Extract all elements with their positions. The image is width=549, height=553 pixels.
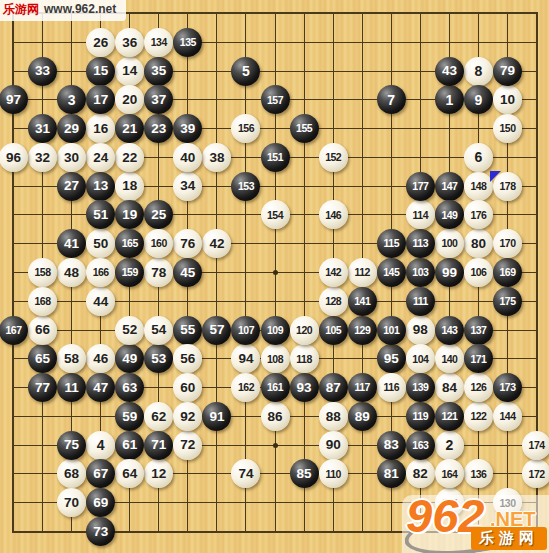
stone-black[interactable]: 55	[173, 316, 202, 345]
move-number: 14	[122, 64, 137, 78]
stone-black[interactable]: 139	[406, 373, 435, 402]
move-number: 159	[122, 267, 138, 278]
stone-black[interactable]: 175	[493, 287, 522, 316]
move-number: 96	[6, 151, 21, 165]
move-number: 156	[238, 123, 254, 134]
stone-white[interactable]: 100	[435, 229, 464, 258]
stone-white[interactable]: 24	[86, 143, 115, 172]
stone-black[interactable]: 177	[406, 172, 435, 201]
move-number: 91	[209, 410, 224, 424]
stone-black[interactable]: 141	[348, 287, 377, 316]
move-number: 11	[64, 381, 78, 395]
move-number: 98	[413, 323, 428, 337]
move-number: 176	[470, 210, 486, 221]
stone-white[interactable]: 98	[406, 316, 435, 345]
stone-black[interactable]: 119	[406, 402, 435, 431]
move-number: 66	[35, 323, 50, 337]
last-move-marker	[490, 171, 501, 182]
move-number: 57	[209, 323, 224, 337]
move-number: 92	[180, 410, 195, 424]
stone-black[interactable]: 105	[319, 316, 348, 345]
move-number: 147	[441, 181, 457, 192]
move-number: 71	[151, 438, 166, 452]
stone-black[interactable]: 13	[86, 172, 115, 201]
watermark-top: 乐游网www.962.net	[0, 0, 126, 21]
stone-black[interactable]: 103	[406, 258, 435, 287]
stone-black[interactable]: 75	[57, 431, 86, 460]
stone-black[interactable]: 5	[231, 57, 260, 86]
stone-white[interactable]: 150	[493, 114, 522, 143]
move-number: 82	[413, 467, 428, 481]
move-number: 9	[475, 93, 483, 107]
stone-white[interactable]: 90	[319, 431, 348, 460]
move-number: 122	[470, 411, 486, 422]
stone-white[interactable]: 174	[522, 431, 549, 460]
move-number: 59	[122, 410, 137, 424]
move-number: 167	[5, 325, 21, 336]
move-number: 76	[180, 237, 195, 251]
move-number: 162	[238, 382, 254, 393]
move-number: 81	[384, 467, 399, 481]
stone-black[interactable]: 163	[406, 431, 435, 460]
stone-black[interactable]: 83	[377, 431, 406, 460]
move-number: 109	[267, 325, 283, 336]
stone-black[interactable]: 7	[377, 85, 406, 114]
stone-black[interactable]: 109	[261, 316, 290, 345]
move-number: 60	[180, 381, 195, 395]
stone-white[interactable]: 18	[115, 172, 144, 201]
move-number: 83	[384, 438, 399, 452]
move-number: 178	[500, 181, 516, 192]
move-number: 41	[64, 237, 79, 251]
stone-white[interactable]: 54	[144, 316, 173, 345]
move-number: 142	[325, 267, 341, 278]
move-number: 70	[64, 496, 79, 510]
stone-white[interactable]: 116	[377, 373, 406, 402]
move-number: 15	[93, 64, 108, 78]
move-number: 110	[325, 469, 340, 480]
star-point	[273, 443, 278, 448]
stone-white[interactable]: 30	[57, 143, 86, 172]
move-number: 121	[441, 411, 457, 422]
move-number: 78	[151, 266, 166, 280]
stone-white[interactable]: 88	[319, 402, 348, 431]
move-number: 79	[500, 64, 515, 78]
stone-white[interactable]: 134	[144, 28, 173, 57]
move-number: 136	[470, 469, 486, 480]
move-number: 3	[68, 93, 76, 107]
move-number: 117	[354, 382, 369, 393]
move-number: 45	[180, 266, 195, 280]
stone-black[interactable]: 89	[348, 402, 377, 431]
move-number: 8	[475, 64, 483, 78]
move-number: 155	[296, 123, 312, 134]
move-number: 36	[122, 36, 137, 50]
stone-white[interactable]: 72	[173, 431, 202, 460]
move-number: 146	[325, 210, 341, 221]
stone-white[interactable]: 26	[86, 28, 115, 57]
stone-black[interactable]: 161	[261, 373, 290, 402]
move-number: 139	[412, 382, 428, 393]
move-number: 150	[500, 123, 516, 134]
move-number: 174	[529, 440, 545, 451]
stone-black[interactable]: 121	[435, 402, 464, 431]
move-number: 87	[326, 381, 341, 395]
stone-white[interactable]: 96	[0, 143, 28, 172]
stone-black[interactable]: 77	[28, 373, 57, 402]
move-number: 107	[238, 325, 254, 336]
stone-black[interactable]: 59	[115, 402, 144, 431]
stone-black[interactable]: 1	[435, 85, 464, 114]
move-number: 46	[93, 352, 108, 366]
stone-black[interactable]: 143	[435, 316, 464, 345]
move-number: 126	[470, 382, 486, 393]
stone-white[interactable]: 86	[261, 402, 290, 431]
stone-black[interactable]: 95	[377, 344, 406, 373]
move-number: 30	[64, 151, 79, 165]
stone-white[interactable]: 172	[522, 459, 549, 488]
stone-black[interactable]: 117	[348, 373, 377, 402]
move-number: 67	[93, 467, 108, 481]
move-number: 54	[151, 323, 166, 337]
move-number: 35	[151, 64, 166, 78]
move-number: 48	[64, 266, 79, 280]
move-number: 32	[35, 151, 50, 165]
move-number: 128	[325, 296, 341, 307]
stone-black[interactable]: 73	[86, 517, 115, 546]
move-number: 143	[441, 325, 457, 336]
go-board[interactable]: 1234567891011121314151617181920212223242…	[0, 0, 549, 553]
move-number: 49	[122, 352, 137, 366]
move-number: 135	[180, 37, 196, 48]
move-number: 163	[412, 440, 428, 451]
stone-black[interactable]: 135	[173, 28, 202, 57]
stone-white[interactable]: 2	[435, 431, 464, 460]
move-number: 1	[445, 93, 453, 107]
stone-white[interactable]: 44	[86, 287, 115, 316]
move-number: 2	[445, 438, 453, 452]
move-number: 170	[500, 238, 516, 249]
stone-white[interactable]: 104	[406, 344, 435, 373]
stone-black[interactable]: 167	[0, 316, 28, 345]
stone-black[interactable]: 157	[261, 85, 290, 114]
move-number: 158	[35, 267, 51, 278]
move-number: 74	[238, 467, 253, 481]
move-number: 73	[93, 525, 108, 539]
move-number: 31	[35, 122, 50, 136]
stone-black[interactable]: 93	[290, 373, 319, 402]
move-number: 26	[93, 36, 108, 50]
watermark-url: www.962.net	[44, 2, 116, 16]
move-number: 56	[180, 352, 195, 366]
stone-white[interactable]: 62	[144, 402, 173, 431]
stone-black[interactable]: 57	[202, 316, 231, 345]
stone-white[interactable]: 22	[115, 143, 144, 172]
move-number: 152	[325, 152, 341, 163]
move-number: 144	[500, 411, 516, 422]
move-number: 172	[529, 469, 545, 480]
move-number: 4	[97, 438, 105, 452]
move-number: 47	[93, 381, 108, 395]
stone-white[interactable]: 112	[348, 258, 377, 287]
move-number: 157	[267, 95, 283, 106]
stone-white[interactable]: 118	[290, 344, 319, 373]
move-number: 23	[151, 122, 166, 136]
move-number: 151	[267, 152, 283, 163]
move-number: 20	[122, 93, 137, 107]
stone-black[interactable]: 151	[261, 143, 290, 172]
move-number: 171	[470, 354, 486, 365]
move-number: 65	[35, 352, 50, 366]
stone-black[interactable]: 137	[464, 316, 493, 345]
move-number: 119	[413, 411, 428, 422]
move-number: 108	[267, 354, 283, 365]
stone-white[interactable]: 34	[173, 172, 202, 201]
move-number: 165	[122, 238, 138, 249]
move-number: 84	[442, 381, 457, 395]
move-number: 22	[122, 151, 137, 165]
move-number: 61	[122, 438, 137, 452]
move-number: 99	[442, 266, 457, 280]
move-number: 7	[387, 93, 395, 107]
stone-white[interactable]: 36	[115, 28, 144, 57]
stone-white[interactable]: 168	[28, 287, 57, 316]
stone-black[interactable]: 71	[144, 431, 173, 460]
move-number: 175	[500, 296, 516, 307]
stone-white[interactable]: 152	[319, 143, 348, 172]
stone-black[interactable]: 153	[231, 172, 260, 201]
stone-black[interactable]: 145	[377, 258, 406, 287]
move-number: 106	[470, 267, 486, 278]
move-number: 137	[470, 325, 486, 336]
watermark-logo: 962 .NET 乐游网	[402, 495, 549, 553]
move-number: 90	[326, 438, 341, 452]
move-number: 145	[383, 267, 399, 278]
stone-black[interactable]: 113	[406, 229, 435, 258]
stone-black[interactable]: 155	[290, 114, 319, 143]
stone-white[interactable]: 166	[86, 258, 115, 287]
move-number: 134	[151, 37, 167, 48]
move-number: 19	[122, 208, 137, 222]
move-number: 53	[151, 352, 166, 366]
move-number: 37	[151, 93, 166, 107]
move-number: 10	[500, 93, 515, 107]
stone-white[interactable]: 4	[86, 431, 115, 460]
stone-white[interactable]: 84	[435, 373, 464, 402]
move-number: 18	[122, 179, 137, 193]
stone-white[interactable]: 32	[28, 143, 57, 172]
stone-black[interactable]: 99	[435, 258, 464, 287]
move-number: 85	[297, 467, 312, 481]
move-number: 63	[122, 381, 137, 395]
stone-black[interactable]: 107	[231, 316, 260, 345]
stone-white[interactable]: 6	[464, 143, 493, 172]
move-number: 149	[441, 210, 457, 221]
stone-black[interactable]: 169	[493, 258, 522, 287]
move-number: 113	[413, 238, 428, 249]
move-number: 55	[180, 323, 195, 337]
stone-black[interactable]: 43	[435, 57, 464, 86]
move-number: 169	[500, 267, 516, 278]
move-number: 40	[180, 151, 195, 165]
stone-black[interactable]: 35	[144, 57, 173, 86]
move-number: 177	[412, 181, 428, 192]
stone-black[interactable]: 29	[57, 114, 86, 143]
move-number: 51	[93, 208, 108, 222]
stone-black[interactable]: 115	[377, 229, 406, 258]
move-number: 116	[384, 382, 399, 393]
move-number: 58	[64, 352, 79, 366]
stone-black[interactable]: 27	[57, 172, 86, 201]
move-number: 34	[180, 179, 195, 193]
move-number: 120	[296, 325, 312, 336]
move-number: 93	[297, 381, 312, 395]
stone-black[interactable]: 33	[28, 57, 57, 86]
move-number: 80	[471, 237, 486, 251]
move-number: 38	[209, 151, 224, 165]
move-number: 101	[383, 325, 399, 336]
stone-black[interactable]: 31	[28, 114, 57, 143]
move-number: 129	[354, 325, 370, 336]
stone-black[interactable]: 87	[319, 373, 348, 402]
stone-white[interactable]: 128	[319, 287, 348, 316]
stone-white[interactable]: 14	[115, 57, 144, 86]
move-number: 111	[413, 296, 428, 307]
stone-white[interactable]: 108	[261, 344, 290, 373]
move-number: 12	[151, 467, 166, 481]
move-number: 16	[93, 122, 108, 136]
move-number: 5	[242, 64, 250, 78]
move-number: 166	[93, 267, 109, 278]
move-number: 148	[470, 181, 486, 192]
move-number: 24	[93, 151, 108, 165]
move-number: 168	[35, 296, 51, 307]
move-number: 164	[441, 469, 457, 480]
stone-black[interactable]: 85	[290, 459, 319, 488]
stone-black[interactable]: 173	[493, 373, 522, 402]
stone-white[interactable]: 66	[28, 316, 57, 345]
move-number: 42	[209, 237, 224, 251]
move-number: 141	[354, 296, 370, 307]
stone-black[interactable]: 15	[86, 57, 115, 86]
stone-white[interactable]: 158	[28, 258, 57, 287]
move-number: 17	[93, 93, 108, 107]
move-number: 95	[384, 352, 399, 366]
stone-white[interactable]: 110	[319, 459, 348, 488]
stone-black[interactable]: 61	[115, 431, 144, 460]
star-point	[273, 270, 278, 275]
move-number: 25	[151, 208, 166, 222]
move-number: 72	[180, 438, 195, 452]
move-number: 105	[325, 325, 341, 336]
logo-site-name: 乐游网	[471, 527, 547, 550]
stone-white[interactable]: 154	[261, 200, 290, 229]
move-number: 104	[412, 354, 428, 365]
move-number: 86	[268, 410, 283, 424]
move-number: 161	[267, 382, 283, 393]
move-number: 154	[267, 210, 283, 221]
stone-black[interactable]: 147	[435, 172, 464, 201]
move-number: 52	[122, 323, 137, 337]
move-number: 50	[93, 237, 108, 251]
move-number: 43	[442, 64, 457, 78]
move-number: 97	[6, 93, 21, 107]
move-number: 112	[354, 267, 369, 278]
stone-black[interactable]: 129	[348, 316, 377, 345]
stone-black[interactable]: 101	[377, 316, 406, 345]
move-number: 75	[64, 438, 79, 452]
move-number: 21	[122, 122, 137, 136]
move-number: 69	[93, 496, 108, 510]
move-number: 29	[64, 122, 79, 136]
move-number: 153	[238, 181, 254, 192]
move-number: 13	[93, 179, 108, 193]
move-number: 6	[475, 150, 483, 164]
move-number: 118	[296, 354, 311, 365]
move-number: 94	[238, 352, 253, 366]
stone-white[interactable]: 122	[464, 402, 493, 431]
stone-white[interactable]: 48	[57, 258, 86, 287]
stone-white[interactable]: 146	[319, 200, 348, 229]
move-number: 114	[413, 210, 428, 221]
stone-white[interactable]: 142	[319, 258, 348, 287]
move-number: 39	[180, 122, 195, 136]
move-number: 44	[93, 295, 108, 309]
stone-white[interactable]: 120	[290, 316, 319, 345]
stone-black[interactable]: 79	[493, 57, 522, 86]
stone-black[interactable]: 111	[406, 287, 435, 316]
stone-white[interactable]: 8	[464, 57, 493, 86]
move-number: 100	[441, 238, 457, 249]
move-number: 140	[441, 354, 457, 365]
stone-white[interactable]: 126	[464, 373, 493, 402]
move-number: 68	[64, 467, 79, 481]
stone-white[interactable]: 106	[464, 258, 493, 287]
move-number: 173	[500, 382, 516, 393]
move-number: 88	[326, 410, 341, 424]
move-number: 77	[35, 381, 50, 395]
watermark-site-name: 乐游网	[3, 2, 39, 16]
move-number: 160	[151, 238, 167, 249]
stone-white[interactable]: 144	[493, 402, 522, 431]
move-number: 89	[355, 410, 370, 424]
move-number: 27	[64, 179, 79, 193]
stone-white[interactable]: 80	[464, 229, 493, 258]
stone-white[interactable]: 52	[115, 316, 144, 345]
move-number: 64	[122, 467, 137, 481]
move-number: 103	[412, 267, 428, 278]
move-number: 115	[384, 238, 399, 249]
move-number: 33	[35, 64, 50, 78]
move-number: 62	[151, 410, 166, 424]
